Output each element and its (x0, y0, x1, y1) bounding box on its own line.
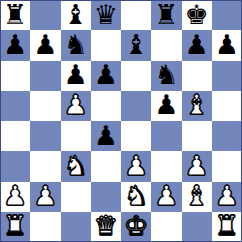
square-e7[interactable]: ♝ (121, 30, 151, 60)
black-pawn: ♟ (64, 61, 88, 88)
square-a6[interactable] (0, 61, 30, 91)
square-g1[interactable] (182, 212, 212, 242)
white-pawn: ♟ (185, 152, 209, 179)
square-e3[interactable]: ♟ (121, 151, 151, 181)
square-d2[interactable] (91, 182, 121, 212)
square-h5[interactable] (212, 91, 242, 121)
white-pawn: ♟ (154, 182, 178, 209)
square-c1[interactable] (61, 212, 91, 242)
white-rook: ♜ (215, 212, 239, 239)
square-d3[interactable] (91, 151, 121, 181)
square-b5[interactable] (30, 91, 60, 121)
square-f1[interactable] (151, 212, 181, 242)
white-pawn: ♟ (3, 182, 27, 209)
square-h3[interactable] (212, 151, 242, 181)
square-a5[interactable] (0, 91, 30, 121)
square-c2[interactable] (61, 182, 91, 212)
square-f4[interactable] (151, 121, 181, 151)
square-a8[interactable]: ♜ (0, 0, 30, 30)
black-knight: ♞ (154, 61, 178, 88)
white-pawn: ♟ (64, 91, 88, 118)
square-b1[interactable] (30, 212, 60, 242)
square-c5[interactable]: ♟ (61, 91, 91, 121)
square-h6[interactable] (212, 61, 242, 91)
square-e8[interactable] (121, 0, 151, 30)
square-b4[interactable] (30, 121, 60, 151)
chess-board: ♜♝♛♜♚♟♟♞♝♟♟♟♟♞♟♟♝♟♞♟♟♟♟♞♟♝♟♜♛♚♜ (0, 0, 242, 242)
black-king: ♚ (185, 1, 209, 28)
square-g8[interactable]: ♚ (182, 0, 212, 30)
square-g2[interactable]: ♝ (182, 182, 212, 212)
square-e2[interactable]: ♞ (121, 182, 151, 212)
square-f3[interactable] (151, 151, 181, 181)
black-pawn: ♟ (94, 61, 118, 88)
white-pawn: ♟ (124, 152, 148, 179)
square-g3[interactable]: ♟ (182, 151, 212, 181)
square-c6[interactable]: ♟ (61, 61, 91, 91)
square-a7[interactable]: ♟ (0, 30, 30, 60)
square-b7[interactable]: ♟ (30, 30, 60, 60)
white-bishop: ♝ (185, 182, 209, 209)
square-e4[interactable] (121, 121, 151, 151)
black-bishop: ♝ (64, 1, 88, 28)
square-h2[interactable]: ♟ (212, 182, 242, 212)
square-b6[interactable] (30, 61, 60, 91)
square-b2[interactable]: ♟ (30, 182, 60, 212)
square-c4[interactable] (61, 121, 91, 151)
black-pawn: ♟ (3, 31, 27, 58)
square-d4[interactable]: ♟ (91, 121, 121, 151)
chess-board-container: ♜♝♛♜♚♟♟♞♝♟♟♟♟♞♟♟♝♟♞♟♟♟♟♞♟♝♟♜♛♚♜ (0, 0, 242, 242)
black-pawn: ♟ (33, 31, 57, 58)
square-f5[interactable]: ♟ (151, 91, 181, 121)
black-rook: ♜ (3, 1, 27, 28)
square-d7[interactable] (91, 30, 121, 60)
white-queen: ♛ (94, 212, 118, 239)
square-d8[interactable]: ♛ (91, 0, 121, 30)
white-pawn: ♟ (215, 182, 239, 209)
square-h1[interactable]: ♜ (212, 212, 242, 242)
square-h8[interactable] (212, 0, 242, 30)
white-pawn: ♟ (33, 182, 57, 209)
square-h7[interactable]: ♟ (212, 30, 242, 60)
black-pawn: ♟ (185, 31, 209, 58)
square-f8[interactable]: ♜ (151, 0, 181, 30)
white-knight: ♞ (124, 182, 148, 209)
black-rook: ♜ (154, 1, 178, 28)
square-c3[interactable]: ♞ (61, 151, 91, 181)
square-d1[interactable]: ♛ (91, 212, 121, 242)
square-g5[interactable]: ♝ (182, 91, 212, 121)
white-king: ♚ (124, 212, 148, 239)
black-pawn: ♟ (154, 91, 178, 118)
square-a2[interactable]: ♟ (0, 182, 30, 212)
white-bishop: ♝ (185, 91, 209, 118)
square-b3[interactable] (30, 151, 60, 181)
square-g6[interactable] (182, 61, 212, 91)
square-b8[interactable] (30, 0, 60, 30)
white-rook: ♜ (3, 212, 27, 239)
square-f7[interactable] (151, 30, 181, 60)
square-f6[interactable]: ♞ (151, 61, 181, 91)
square-e5[interactable] (121, 91, 151, 121)
black-pawn: ♟ (215, 31, 239, 58)
square-f2[interactable]: ♟ (151, 182, 181, 212)
black-bishop: ♝ (124, 31, 148, 58)
square-a4[interactable] (0, 121, 30, 151)
black-queen: ♛ (94, 1, 118, 28)
square-a1[interactable]: ♜ (0, 212, 30, 242)
square-e1[interactable]: ♚ (121, 212, 151, 242)
black-pawn: ♟ (94, 122, 118, 149)
square-a3[interactable] (0, 151, 30, 181)
square-g4[interactable] (182, 121, 212, 151)
square-h4[interactable] (212, 121, 242, 151)
square-e6[interactable] (121, 61, 151, 91)
square-c8[interactable]: ♝ (61, 0, 91, 30)
square-d5[interactable] (91, 91, 121, 121)
square-d6[interactable]: ♟ (91, 61, 121, 91)
white-knight: ♞ (64, 152, 88, 179)
square-g7[interactable]: ♟ (182, 30, 212, 60)
black-knight: ♞ (64, 31, 88, 58)
square-c7[interactable]: ♞ (61, 30, 91, 60)
